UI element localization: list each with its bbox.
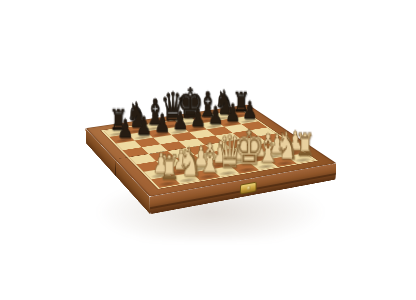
black-pawn[interactable]: ♟ bbox=[109, 116, 141, 141]
chess-board: ♜♞♝♛♚♝♞♜♟♟♟♟♟♟♟♟♟♟♟♟♟♟♟♟♜♞♝♛♚♝♞♜ bbox=[85, 105, 336, 197]
square-a1[interactable]: ♜ bbox=[151, 176, 180, 188]
brass-clasp-icon bbox=[240, 182, 257, 195]
product-photo-scene: ♜♞♝♛♚♝♞♜♟♟♟♟♟♟♟♟♟♟♟♟♟♟♟♟♜♞♝♛♚♝♞♜ bbox=[0, 0, 416, 300]
square-a6[interactable] bbox=[116, 141, 142, 151]
clasp-knob-icon bbox=[246, 186, 250, 191]
square-a7[interactable]: ♟ bbox=[110, 134, 135, 143]
white-rook[interactable]: ♜ bbox=[152, 152, 188, 185]
fold-seam-notch bbox=[115, 160, 116, 177]
